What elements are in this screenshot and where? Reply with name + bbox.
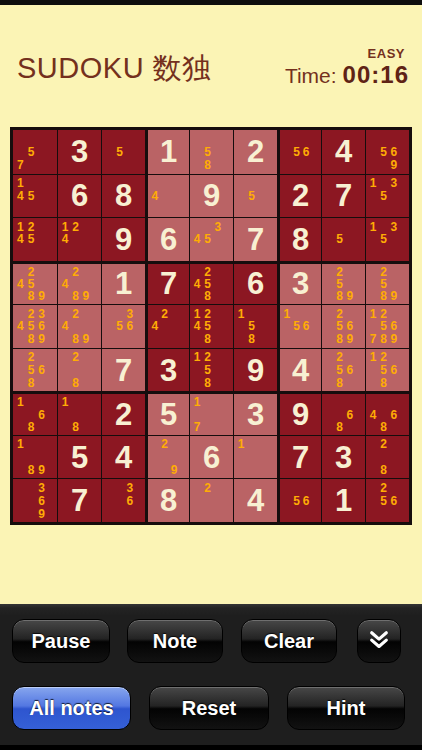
note-slot-3	[81, 220, 91, 233]
cell-value: 7	[71, 485, 88, 516]
note-slot-5	[378, 451, 388, 464]
cell-r1c1[interactable]: 57	[13, 130, 57, 174]
note-slot-1	[324, 266, 334, 278]
cell-r7c5[interactable]: 17	[189, 391, 233, 435]
note-slot-6: 6	[301, 145, 311, 158]
cell-r8c9[interactable]: 28	[365, 435, 409, 479]
cell-r6c8[interactable]: 2568	[321, 348, 365, 392]
note-slot-5	[246, 451, 256, 464]
cell-r3c3[interactable]: 9	[101, 217, 145, 261]
note-slot-9: 9	[345, 290, 355, 302]
note-slot-5: 5	[334, 233, 344, 246]
note-slot-1	[104, 132, 114, 145]
note-slot-2: 2	[70, 307, 80, 320]
cell-notes: 345	[190, 218, 233, 261]
cell-value: 7	[335, 180, 352, 211]
cell-notes: 2489	[58, 305, 101, 348]
cell-r9c2[interactable]: 7	[57, 478, 101, 522]
cell-r6c7[interactable]: 4	[277, 348, 321, 392]
cell-r2c4[interactable]: 4	[145, 174, 189, 218]
cell-r2c2[interactable]: 6	[57, 174, 101, 218]
note-slot-8: 8	[202, 158, 212, 171]
note-slot-1: 1	[15, 438, 26, 451]
note-slot-2: 2	[202, 307, 212, 320]
cell-notes: 56	[280, 479, 321, 522]
note-slot-5: 5	[246, 189, 256, 202]
note-slot-8: 8	[26, 464, 37, 477]
note-slot-2	[246, 438, 256, 451]
note-slot-7	[192, 246, 202, 259]
note-slot-7	[60, 421, 70, 433]
note-slot-8	[160, 464, 170, 477]
note-slot-8: 8	[70, 290, 80, 302]
note-slot-4	[104, 494, 114, 507]
note-slot-3	[169, 438, 179, 451]
note-slot-6: 6	[301, 320, 311, 333]
cell-r8c3[interactable]: 4	[101, 435, 145, 479]
note-slot-5: 5	[202, 364, 212, 377]
note-slot-7	[324, 333, 334, 346]
cell-r2c7[interactable]: 2	[277, 174, 321, 218]
cell-r6c2[interactable]: 28	[57, 348, 101, 392]
clear-button[interactable]: Clear	[241, 619, 337, 663]
cell-r3c2[interactable]: 124	[57, 217, 101, 261]
note-slot-7	[15, 421, 26, 433]
note-slot-8	[378, 202, 388, 215]
cell-r3c6[interactable]: 7	[233, 217, 277, 261]
note-slot-1	[192, 481, 202, 494]
cell-r8c2[interactable]: 5	[57, 435, 101, 479]
note-slot-8	[202, 246, 212, 259]
note-slot-3	[257, 438, 267, 451]
cell-notes: 2	[190, 479, 233, 522]
note-slot-4	[192, 409, 202, 421]
cell-r5c9[interactable]: 1256789	[365, 304, 409, 348]
note-slot-4	[15, 494, 26, 507]
note-slot-3	[169, 177, 179, 190]
hint-button[interactable]: Hint	[287, 686, 405, 730]
note-slot-9	[213, 246, 223, 259]
cell-r2c3[interactable]: 8	[101, 174, 145, 218]
note-slot-2	[378, 220, 388, 233]
cell-r8c8[interactable]: 3	[321, 435, 365, 479]
cell-r6c9[interactable]: 12568	[365, 348, 409, 392]
note-slot-9	[213, 333, 223, 346]
cell-r9c4[interactable]: 8	[145, 478, 189, 522]
note-slot-6	[213, 409, 223, 421]
note-slot-4: 4	[60, 320, 70, 333]
note-slot-2	[26, 481, 37, 494]
note-slot-3: 3	[125, 481, 135, 494]
note-slot-9: 9	[169, 464, 179, 477]
note-slot-1: 1	[368, 220, 378, 233]
cell-r8c4[interactable]: 29	[145, 435, 189, 479]
note-slot-8: 8	[246, 333, 256, 346]
note-slot-9: 9	[36, 333, 47, 346]
note-slot-5	[202, 494, 212, 507]
time-label: Time:	[285, 64, 337, 88]
note-slot-7	[324, 421, 334, 433]
cell-r5c4[interactable]: 24	[145, 304, 189, 348]
note-slot-5	[26, 494, 37, 507]
note-slot-7	[282, 507, 292, 520]
reset-button[interactable]: Reset	[149, 686, 269, 730]
cell-r8c7[interactable]: 7	[277, 435, 321, 479]
note-slot-8: 8	[334, 421, 344, 433]
note-slot-1: 1	[15, 396, 26, 408]
cell-r6c3[interactable]: 7	[101, 348, 145, 392]
note-slot-9	[36, 376, 47, 389]
note-slot-9: 9	[389, 333, 399, 346]
note-slot-6: 6	[36, 364, 47, 377]
note-slot-8	[70, 246, 80, 259]
note-slot-1: 1	[282, 307, 292, 320]
note-slot-1: 1	[368, 351, 378, 364]
note-slot-6	[213, 233, 223, 246]
cell-r9c1[interactable]: 369	[13, 478, 57, 522]
cell-r7c7[interactable]: 9	[277, 391, 321, 435]
note-slot-3	[36, 177, 47, 190]
note-slot-2	[246, 307, 256, 320]
note-slot-7	[104, 158, 114, 171]
note-slot-5: 5	[26, 145, 37, 158]
cell-r7c8[interactable]: 68	[321, 391, 365, 435]
note-slot-6: 6	[125, 494, 135, 507]
bottom-bar	[0, 745, 422, 750]
cell-r8c1[interactable]: 189	[13, 435, 57, 479]
note-slot-4: 4	[15, 278, 26, 290]
note-slot-8	[114, 158, 124, 171]
note-slot-3	[36, 266, 47, 278]
cell-r2c5[interactable]: 9	[189, 174, 233, 218]
cell-r4c6[interactable]: 6	[233, 261, 277, 305]
note-slot-5	[160, 320, 170, 333]
note-slot-5	[202, 409, 212, 421]
cell-r2c9[interactable]: 135	[365, 174, 409, 218]
note-slot-4	[324, 278, 334, 290]
note-slot-6	[81, 364, 91, 377]
cell-r2c8[interactable]: 7	[321, 174, 365, 218]
note-slot-4	[104, 145, 114, 158]
note-slot-9	[257, 202, 267, 215]
cell-r9c3[interactable]: 36	[101, 478, 145, 522]
note-slot-1: 1	[192, 307, 202, 320]
note-slot-5: 5	[202, 145, 212, 158]
note-slot-5: 5	[378, 320, 388, 333]
note-slot-3	[389, 307, 399, 320]
cell-r3c7[interactable]: 8	[277, 217, 321, 261]
cell-notes: 5	[322, 218, 365, 261]
note-slot-3	[389, 396, 399, 408]
note-slot-3	[389, 481, 399, 494]
note-slot-9	[301, 507, 311, 520]
note-slot-9	[125, 333, 135, 346]
cell-r9c6[interactable]: 4	[233, 478, 277, 522]
cell-notes: 12458	[190, 305, 233, 348]
cell-value: 3	[247, 399, 264, 430]
note-slot-4: 4	[15, 189, 26, 202]
cell-r4c5[interactable]: 2458	[189, 261, 233, 305]
note-slot-1	[368, 266, 378, 278]
note-slot-8: 8	[378, 464, 388, 477]
note-slot-5: 5	[292, 145, 302, 158]
note-slot-8	[246, 202, 256, 215]
note-button[interactable]: Note	[127, 619, 223, 663]
note-slot-1	[15, 481, 26, 494]
cell-r7c2[interactable]: 18	[57, 391, 101, 435]
cell-r1c3[interactable]: 5	[101, 130, 145, 174]
note-slot-2: 2	[70, 351, 80, 364]
cell-notes: 158	[234, 305, 277, 348]
note-slot-4	[15, 145, 26, 158]
cell-r6c4[interactable]: 3	[145, 348, 189, 392]
note-slot-5	[70, 320, 80, 333]
note-slot-8	[378, 158, 388, 171]
note-slot-6	[169, 320, 179, 333]
note-slot-6	[36, 451, 47, 464]
collapse-toolbar-button[interactable]	[357, 619, 401, 663]
note-slot-6: 6	[36, 409, 47, 421]
note-slot-1	[368, 481, 378, 494]
cell-r3c5[interactable]: 345	[189, 217, 233, 261]
cell-r1c5[interactable]: 58	[189, 130, 233, 174]
cell-r2c6[interactable]: 5	[233, 174, 277, 218]
cell-value: 3	[292, 268, 309, 299]
cell-r3c8[interactable]: 5	[321, 217, 365, 261]
toolbar: Pause Note Clear All notes Reset Hint	[0, 604, 422, 750]
note-slot-7	[368, 464, 378, 477]
cell-r7c4[interactable]: 5	[145, 391, 189, 435]
note-slot-6	[81, 409, 91, 421]
note-slot-9	[301, 333, 311, 346]
note-slot-1	[150, 177, 160, 190]
cell-r7c1[interactable]: 168	[13, 391, 57, 435]
cell-value: 3	[160, 355, 177, 386]
sudoku-board: 5735158256456914568495271351245124963457…	[10, 127, 412, 525]
note-slot-9	[345, 421, 355, 433]
cell-r4c2[interactable]: 2489	[57, 261, 101, 305]
note-slot-3	[36, 438, 47, 451]
note-slot-9: 9	[345, 333, 355, 346]
cell-value: 5	[160, 399, 177, 430]
note-slot-4	[282, 320, 292, 333]
note-slot-1: 1	[60, 396, 70, 408]
cell-r2c1[interactable]: 145	[13, 174, 57, 218]
cell-r9c5[interactable]: 2	[189, 478, 233, 522]
cell-r9c9[interactable]: 256	[365, 478, 409, 522]
cell-r3c9[interactable]: 135	[365, 217, 409, 261]
note-slot-7	[192, 507, 202, 520]
cell-value: 9	[292, 399, 309, 430]
note-slot-5	[70, 364, 80, 377]
cell-r3c1[interactable]: 1245	[13, 217, 57, 261]
cell-value: 8	[115, 180, 132, 211]
note-slot-7	[104, 333, 114, 346]
note-slot-4	[236, 451, 246, 464]
cell-notes: 2589	[322, 264, 365, 305]
cell-notes: 5	[234, 175, 277, 218]
note-slot-8	[26, 507, 37, 520]
note-slot-4: 4	[60, 278, 70, 290]
note-slot-1	[282, 481, 292, 494]
cell-r5c7[interactable]: 156	[277, 304, 321, 348]
difficulty-badge: EASY	[368, 46, 405, 61]
note-slot-9	[345, 246, 355, 259]
pause-button[interactable]: Pause	[12, 619, 110, 663]
time-value: 00:16	[343, 61, 409, 89]
cell-value: 6	[160, 224, 177, 255]
cell-value: 3	[335, 442, 352, 473]
cell-r6c6[interactable]: 9	[233, 348, 277, 392]
note-slot-9	[389, 246, 399, 259]
note-slot-2: 2	[334, 351, 344, 364]
note-slot-4: 4	[368, 409, 378, 421]
cell-r8c5[interactable]: 6	[189, 435, 233, 479]
cell-r5c5[interactable]: 12458	[189, 304, 233, 348]
note-slot-4: 4	[60, 233, 70, 246]
cell-r1c9[interactable]: 569	[365, 130, 409, 174]
note-slot-8	[292, 507, 302, 520]
note-slot-9	[81, 246, 91, 259]
cell-r6c5[interactable]: 1258	[189, 348, 233, 392]
note-slot-8	[378, 246, 388, 259]
app-title: SUDOKU 数独	[17, 49, 212, 89]
note-slot-6: 6	[389, 364, 399, 377]
cell-notes: 2568	[13, 349, 57, 392]
cell-value: 6	[247, 268, 264, 299]
cell-r1c2[interactable]: 3	[57, 130, 101, 174]
note-slot-3	[389, 438, 399, 451]
note-slot-7	[15, 290, 26, 302]
note-slot-4: 4	[15, 320, 26, 333]
cell-value: 1	[160, 136, 177, 167]
note-slot-7	[60, 376, 70, 389]
note-slot-1	[150, 307, 160, 320]
note-slot-7	[368, 421, 378, 433]
note-slot-7: 7	[192, 421, 202, 433]
note-slot-2	[114, 132, 124, 145]
note-slot-3	[213, 307, 223, 320]
cell-value: 8	[160, 485, 177, 516]
note-slot-6	[213, 494, 223, 507]
cell-r1c4[interactable]: 1	[145, 130, 189, 174]
note-slot-9: 9	[36, 464, 47, 477]
note-slot-7	[192, 333, 202, 346]
note-slot-5: 5	[26, 364, 37, 377]
note-slot-1: 1	[192, 351, 202, 364]
note-slot-4	[15, 409, 26, 421]
note-slot-1	[368, 132, 378, 145]
note-slot-3	[257, 307, 267, 320]
cell-value: 9	[115, 224, 132, 255]
cell-notes: 1258	[190, 349, 233, 392]
cell-r1c8[interactable]: 4	[321, 130, 365, 174]
cell-notes: 5	[102, 130, 145, 174]
note-slot-4: 4	[192, 320, 202, 333]
cell-r5c1[interactable]: 2345689	[13, 304, 57, 348]
cell-r4c9[interactable]: 2589	[365, 261, 409, 305]
note-slot-8: 8	[70, 421, 80, 433]
cell-r4c4[interactable]: 7	[145, 261, 189, 305]
note-slot-7	[368, 376, 378, 389]
cell-r4c8[interactable]: 2589	[321, 261, 365, 305]
note-slot-8	[26, 158, 37, 171]
note-slot-1	[192, 132, 202, 145]
note-slot-9	[389, 376, 399, 389]
all-notes-button[interactable]: All notes	[12, 686, 131, 730]
note-slot-5	[70, 409, 80, 421]
cell-r3c4[interactable]: 6	[145, 217, 189, 261]
cell-r9c7[interactable]: 56	[277, 478, 321, 522]
cell-r4c1[interactable]: 24589	[13, 261, 57, 305]
cell-r4c3[interactable]: 1	[101, 261, 145, 305]
cell-r5c2[interactable]: 2489	[57, 304, 101, 348]
cell-r9c8[interactable]: 1	[321, 478, 365, 522]
note-slot-8	[202, 421, 212, 433]
note-slot-2: 2	[160, 307, 170, 320]
note-slot-4: 4	[150, 189, 160, 202]
note-slot-8: 8	[26, 290, 37, 302]
cell-notes: 145	[13, 175, 57, 218]
cell-r5c6[interactable]: 158	[233, 304, 277, 348]
cell-r7c9[interactable]: 468	[365, 391, 409, 435]
cell-notes: 68	[322, 394, 365, 435]
note-slot-7	[236, 464, 246, 477]
note-slot-7	[104, 507, 114, 520]
cell-r5c8[interactable]: 25689	[321, 304, 365, 348]
cell-notes: 168	[13, 394, 57, 435]
cell-r6c1[interactable]: 2568	[13, 348, 57, 392]
note-slot-3: 3	[36, 307, 47, 320]
cell-notes: 135	[366, 175, 409, 218]
note-slot-8	[114, 507, 124, 520]
note-slot-7	[324, 246, 334, 259]
note-slot-2	[292, 307, 302, 320]
cell-r5c3[interactable]: 356	[101, 304, 145, 348]
note-slot-3	[301, 481, 311, 494]
cell-r7c6[interactable]: 3	[233, 391, 277, 435]
note-slot-6	[169, 189, 179, 202]
note-slot-8: 8	[26, 421, 37, 433]
note-slot-5	[378, 409, 388, 421]
cell-r4c7[interactable]: 3	[277, 261, 321, 305]
cell-r1c7[interactable]: 56	[277, 130, 321, 174]
cell-notes: 156	[280, 305, 321, 348]
note-slot-5: 5	[378, 494, 388, 507]
note-slot-3: 3	[125, 307, 135, 320]
note-slot-5: 5	[292, 320, 302, 333]
note-slot-8: 8	[70, 376, 80, 389]
note-slot-4	[368, 278, 378, 290]
note-slot-5: 5	[202, 233, 212, 246]
note-slot-7	[192, 290, 202, 302]
note-slot-3	[36, 396, 47, 408]
note-slot-2: 2	[334, 307, 344, 320]
cell-notes: 256	[366, 479, 409, 522]
note-slot-3	[213, 396, 223, 408]
cell-r8c6[interactable]: 1	[233, 435, 277, 479]
cell-r1c6[interactable]: 2	[233, 130, 277, 174]
cell-notes: 135	[366, 218, 409, 261]
note-slot-8	[246, 464, 256, 477]
note-slot-5	[26, 409, 37, 421]
note-slot-6	[389, 189, 399, 202]
note-slot-3	[81, 266, 91, 278]
note-slot-9: 9	[36, 290, 47, 302]
cell-r7c3[interactable]: 2	[101, 391, 145, 435]
note-slot-5: 5	[26, 233, 37, 246]
note-slot-8: 8	[202, 376, 212, 389]
